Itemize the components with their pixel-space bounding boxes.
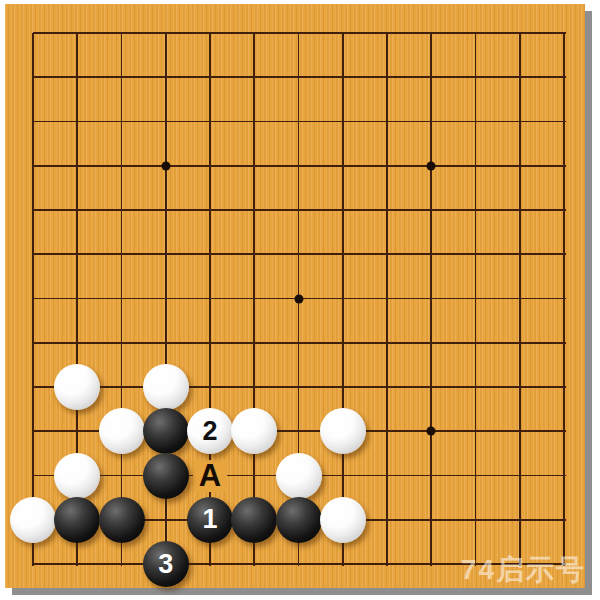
white-stone bbox=[99, 408, 145, 454]
grid-line-horizontal bbox=[33, 386, 566, 388]
grid-line-vertical bbox=[430, 33, 432, 566]
black-stone bbox=[99, 497, 145, 543]
grid-line-vertical bbox=[342, 33, 344, 566]
grid-line-horizontal bbox=[33, 253, 566, 255]
white-stone bbox=[54, 453, 100, 499]
go-diagram-canvas: A213 74启示号 bbox=[0, 0, 600, 600]
grid-line-vertical bbox=[563, 33, 565, 566]
black-stone bbox=[143, 453, 189, 499]
grid-line-horizontal bbox=[33, 563, 566, 565]
black-stone bbox=[54, 497, 100, 543]
grid-line-horizontal bbox=[33, 209, 566, 211]
go-board: A213 bbox=[5, 4, 585, 588]
grid-line-vertical bbox=[121, 33, 123, 566]
black-stone bbox=[276, 497, 322, 543]
black-stone-move-1: 1 bbox=[187, 497, 233, 543]
star-point bbox=[427, 427, 436, 436]
grid-line-horizontal bbox=[33, 76, 566, 78]
move-number-label: 2 bbox=[202, 418, 217, 445]
move-number-label: 1 bbox=[202, 506, 217, 533]
white-stone-move-2: 2 bbox=[187, 408, 233, 454]
black-stone bbox=[231, 497, 277, 543]
white-stone bbox=[320, 497, 366, 543]
grid-line-horizontal bbox=[33, 165, 566, 167]
grid-line-vertical bbox=[386, 33, 388, 566]
grid-line-vertical bbox=[475, 33, 477, 566]
white-stone bbox=[276, 453, 322, 499]
white-stone bbox=[143, 364, 189, 410]
grid-line-vertical bbox=[32, 33, 34, 566]
white-stone bbox=[231, 408, 277, 454]
grid-line-horizontal bbox=[33, 342, 566, 344]
white-stone bbox=[10, 497, 56, 543]
point-label-a: A bbox=[193, 460, 227, 492]
grid-line-horizontal bbox=[33, 121, 566, 123]
star-point bbox=[427, 161, 436, 170]
grid-line-vertical bbox=[519, 33, 521, 566]
black-stone-move-3: 3 bbox=[143, 541, 189, 587]
star-point bbox=[161, 161, 170, 170]
move-number-label: 3 bbox=[158, 551, 173, 578]
black-stone bbox=[143, 408, 189, 454]
grid-line-vertical bbox=[253, 33, 255, 566]
star-point bbox=[294, 294, 303, 303]
white-stone bbox=[320, 408, 366, 454]
grid-line-horizontal bbox=[33, 32, 566, 34]
white-stone bbox=[54, 364, 100, 410]
